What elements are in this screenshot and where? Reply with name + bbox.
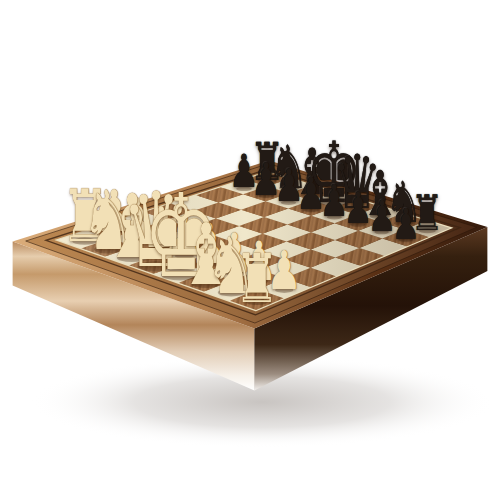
piece-black-pawn[interactable]: ♟ <box>392 203 420 246</box>
piece-white-rook[interactable]: ♜ <box>234 244 279 312</box>
chess-set-photo: ♜♞♟♝♟♚♟♛♟♝♟♞♟♜♟♟♟♟♜♟♞♟♝♟♛♟♚♟♝♟♞♜ <box>0 0 500 500</box>
